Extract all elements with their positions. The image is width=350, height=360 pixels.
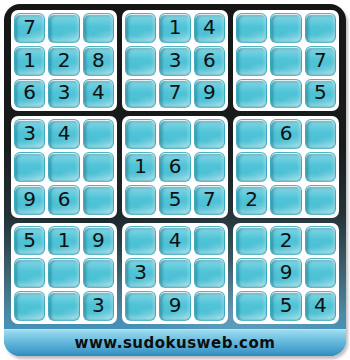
cell-r7c6[interactable] xyxy=(194,226,225,256)
block-r3c3: 2954 xyxy=(233,223,339,324)
cell-r3c6[interactable]: 9 xyxy=(194,79,225,109)
cell-r7c8[interactable]: 2 xyxy=(270,226,301,256)
cell-r9c2[interactable] xyxy=(48,291,79,321)
cell-r1c4[interactable] xyxy=(125,13,156,43)
cell-r5c8[interactable] xyxy=(270,152,301,182)
cell-r1c9[interactable] xyxy=(305,13,336,43)
cell-r5c2[interactable] xyxy=(48,152,79,182)
cell-r5c6[interactable] xyxy=(194,152,225,182)
cell-r3c8[interactable] xyxy=(270,79,301,109)
block-r2c2: 1657 xyxy=(122,116,228,217)
block-r3c2: 439 xyxy=(122,223,228,324)
cell-r8c1[interactable] xyxy=(14,258,45,288)
cell-r2c3[interactable]: 8 xyxy=(83,46,114,76)
cell-r5c5[interactable]: 6 xyxy=(159,152,190,182)
cell-r1c7[interactable] xyxy=(236,13,267,43)
block-r2c1: 3496 xyxy=(11,116,117,217)
cell-r7c2[interactable]: 1 xyxy=(48,226,79,256)
cell-r8c9[interactable] xyxy=(305,258,336,288)
cell-r3c7[interactable] xyxy=(236,79,267,109)
cell-r2c2[interactable]: 2 xyxy=(48,46,79,76)
cell-r6c5[interactable]: 5 xyxy=(159,185,190,215)
cell-r8c6[interactable] xyxy=(194,258,225,288)
cell-r2c7[interactable] xyxy=(236,46,267,76)
cell-r2c5[interactable]: 3 xyxy=(159,46,190,76)
cell-r1c5[interactable]: 1 xyxy=(159,13,190,43)
cell-r2c1[interactable]: 1 xyxy=(14,46,45,76)
block-r1c2: 143679 xyxy=(122,10,228,111)
block-r1c3: 75 xyxy=(233,10,339,111)
cell-r4c6[interactable] xyxy=(194,119,225,149)
cell-r8c7[interactable] xyxy=(236,258,267,288)
cell-r4c4[interactable] xyxy=(125,119,156,149)
cell-r9c7[interactable] xyxy=(236,291,267,321)
cell-r6c1[interactable]: 9 xyxy=(14,185,45,215)
cell-r6c8[interactable] xyxy=(270,185,301,215)
cell-r8c5[interactable] xyxy=(159,258,190,288)
cell-r9c6[interactable] xyxy=(194,291,225,321)
cell-r4c5[interactable] xyxy=(159,119,190,149)
footer-bar: www.sudokusweb.com xyxy=(4,329,346,356)
cell-r4c7[interactable] xyxy=(236,119,267,149)
cell-r1c8[interactable] xyxy=(270,13,301,43)
cell-r8c8[interactable]: 9 xyxy=(270,258,301,288)
site-url[interactable]: www.sudokusweb.com xyxy=(75,334,276,352)
cell-r9c1[interactable] xyxy=(14,291,45,321)
cell-r3c1[interactable]: 6 xyxy=(14,79,45,109)
cell-r7c4[interactable] xyxy=(125,226,156,256)
cell-r7c1[interactable]: 5 xyxy=(14,226,45,256)
cell-r4c3[interactable] xyxy=(83,119,114,149)
cell-r5c4[interactable]: 1 xyxy=(125,152,156,182)
cell-r8c3[interactable] xyxy=(83,258,114,288)
cell-r2c4[interactable] xyxy=(125,46,156,76)
cell-r9c9[interactable]: 4 xyxy=(305,291,336,321)
cell-r6c7[interactable]: 2 xyxy=(236,185,267,215)
cell-r4c9[interactable] xyxy=(305,119,336,149)
cell-r4c8[interactable]: 6 xyxy=(270,119,301,149)
cell-r3c5[interactable]: 7 xyxy=(159,79,190,109)
cell-r6c3[interactable] xyxy=(83,185,114,215)
cell-r5c1[interactable] xyxy=(14,152,45,182)
block-r2c3: 62 xyxy=(233,116,339,217)
cell-r3c2[interactable]: 3 xyxy=(48,79,79,109)
cell-r5c9[interactable] xyxy=(305,152,336,182)
cell-r6c9[interactable] xyxy=(305,185,336,215)
cell-r2c9[interactable]: 7 xyxy=(305,46,336,76)
cell-r9c4[interactable] xyxy=(125,291,156,321)
block-r1c1: 7128634 xyxy=(11,10,117,111)
cell-r9c5[interactable]: 9 xyxy=(159,291,190,321)
cell-r7c3[interactable]: 9 xyxy=(83,226,114,256)
cell-r1c3[interactable] xyxy=(83,13,114,43)
cell-r6c4[interactable] xyxy=(125,185,156,215)
cell-r4c1[interactable]: 3 xyxy=(14,119,45,149)
cell-r9c3[interactable]: 3 xyxy=(83,291,114,321)
cell-r5c3[interactable] xyxy=(83,152,114,182)
cell-r6c2[interactable]: 6 xyxy=(48,185,79,215)
cell-r8c2[interactable] xyxy=(48,258,79,288)
cell-r5c7[interactable] xyxy=(236,152,267,182)
cell-r7c7[interactable] xyxy=(236,226,267,256)
cell-r7c9[interactable] xyxy=(305,226,336,256)
cell-r1c2[interactable] xyxy=(48,13,79,43)
cell-r4c2[interactable]: 4 xyxy=(48,119,79,149)
puzzle-frame: 712863414367975349616576251934392954 www… xyxy=(4,4,346,356)
cell-r2c6[interactable]: 6 xyxy=(194,46,225,76)
cell-r1c6[interactable]: 4 xyxy=(194,13,225,43)
cell-r3c9[interactable]: 5 xyxy=(305,79,336,109)
cell-r3c3[interactable]: 4 xyxy=(83,79,114,109)
cell-r7c5[interactable]: 4 xyxy=(159,226,190,256)
cell-r8c4[interactable]: 3 xyxy=(125,258,156,288)
cell-r2c8[interactable] xyxy=(270,46,301,76)
cell-r6c6[interactable]: 7 xyxy=(194,185,225,215)
cell-r1c1[interactable]: 7 xyxy=(14,13,45,43)
cell-r9c8[interactable]: 5 xyxy=(270,291,301,321)
block-r3c1: 5193 xyxy=(11,223,117,324)
sudoku-board: 712863414367975349616576251934392954 xyxy=(4,4,346,329)
cell-r3c4[interactable] xyxy=(125,79,156,109)
